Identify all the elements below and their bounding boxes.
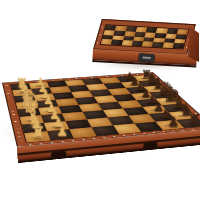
piece-shadow bbox=[154, 115, 172, 120]
hinge-tab bbox=[143, 142, 157, 149]
square-e8: ♚ bbox=[155, 97, 181, 105]
piece-shadow bbox=[174, 113, 193, 118]
piece-shadow bbox=[48, 124, 66, 129]
piece-shadow bbox=[167, 106, 185, 110]
piece-shadow bbox=[32, 84, 47, 87]
square-e5 bbox=[98, 102, 123, 110]
hinge-tab bbox=[51, 151, 66, 158]
piece-shadow bbox=[45, 116, 63, 121]
piece-shadow bbox=[160, 100, 177, 104]
piece-shadow bbox=[182, 121, 200, 126]
piece-shadow bbox=[22, 111, 39, 116]
chess-board: ♜♟♟♜♞♟♟♞♝♟♟♝♛♟♟♛♚♟♟♚♝♟♟♝♞♟♟♞♜♟♟♜ bbox=[2, 72, 200, 147]
piece-shadow bbox=[18, 97, 34, 101]
square-g2: ♟ bbox=[44, 121, 70, 131]
piece-shadow bbox=[148, 108, 166, 112]
piece-shadow bbox=[161, 123, 180, 128]
piece-shadow bbox=[37, 96, 53, 100]
piece-shadow bbox=[136, 95, 153, 99]
square-f6 bbox=[123, 107, 149, 116]
piece-shadow bbox=[35, 90, 50, 94]
square-e6 bbox=[118, 100, 143, 108]
open-board-area: ♜♟♟♜♞♟♟♞♝♟♟♝♛♟♟♛♚♟♟♚♝♟♟♝♞♟♟♞♜♟♟♜ bbox=[0, 0, 200, 200]
piece-shadow bbox=[26, 126, 44, 131]
piece-shadow bbox=[52, 133, 71, 139]
square-c1: ♝ bbox=[14, 95, 36, 103]
piece-shadow bbox=[40, 102, 56, 106]
piece-shadow bbox=[24, 118, 41, 123]
piece-shadow bbox=[42, 109, 59, 113]
piece-shadow bbox=[142, 101, 159, 105]
piece-shadow bbox=[29, 135, 48, 141]
product-photo: ♜♟♟♜♞♟♟♞♝♟♟♝♛♟♟♛♚♟♟♚♝♟♟♝♞♟♟♞♜♟♟♜ bbox=[0, 0, 200, 200]
